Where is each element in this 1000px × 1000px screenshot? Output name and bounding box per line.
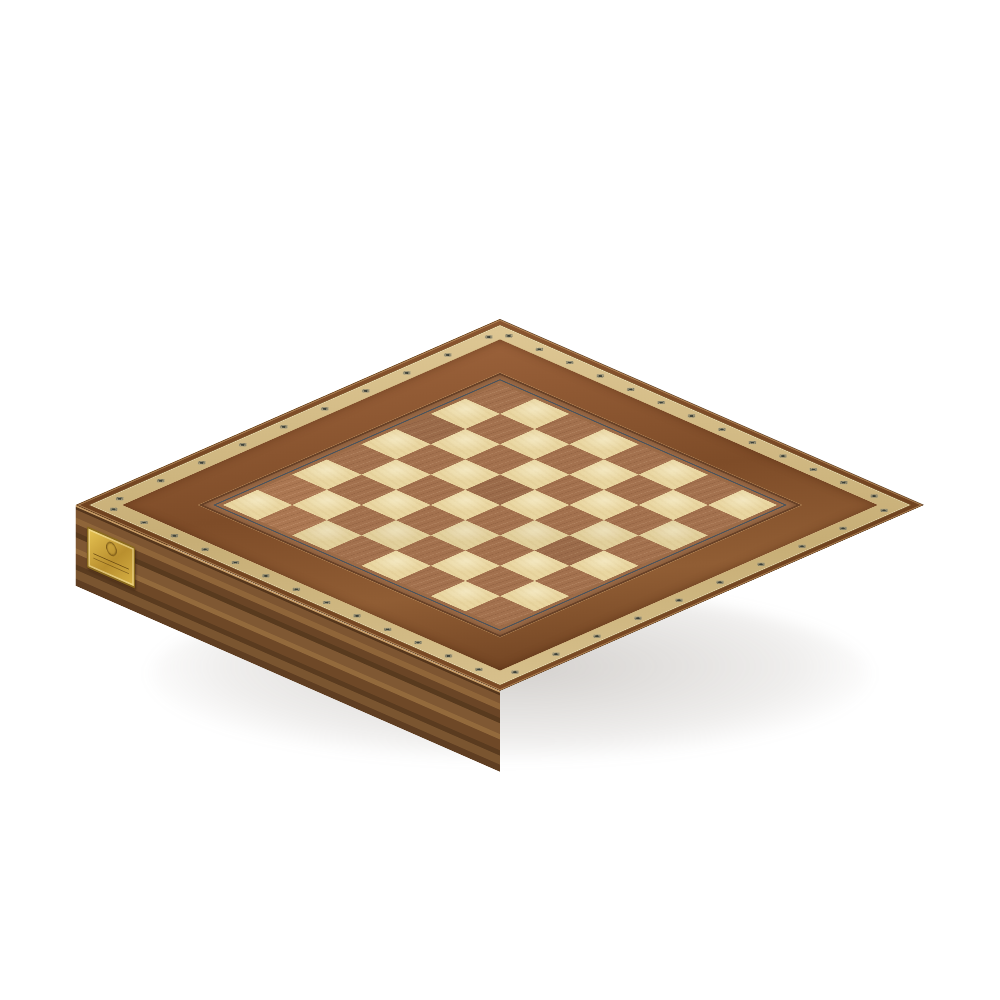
square-f6 [465, 535, 534, 565]
square-g8 [431, 581, 500, 611]
square-g7 [465, 566, 534, 596]
square-f7 [431, 551, 500, 581]
square-d8 [327, 535, 396, 565]
square-b8 [257, 505, 326, 535]
square-f4 [535, 505, 604, 535]
square-f8 [396, 566, 465, 596]
square-e8 [361, 551, 430, 581]
product-photo: ◈ ◈ ◈ ◈ ◈ ◈ ◈ ◈ ◈ ◈ ◈ ◈ ◈ ◈ ◈ ◈ ◈ ◈ ◈ ◈ … [0, 0, 1000, 1000]
square-h4 [604, 535, 673, 565]
square-g3 [604, 505, 673, 535]
square-e5 [465, 505, 534, 535]
board-panel [199, 373, 801, 637]
square-d6 [396, 505, 465, 535]
square-d7 [361, 520, 430, 550]
square-h6 [535, 566, 604, 596]
plaque-emblem-icon [106, 540, 117, 558]
square-f5 [500, 520, 569, 550]
square-e7 [396, 535, 465, 565]
brass-plaque [87, 526, 135, 588]
plaque-engraving [93, 553, 128, 578]
square-h5 [569, 551, 638, 581]
square-g6 [500, 551, 569, 581]
square-h3 [639, 520, 708, 550]
square-h2 [673, 505, 742, 535]
square-g4 [569, 520, 638, 550]
square-c7 [327, 505, 396, 535]
square-h8 [465, 596, 534, 626]
square-g5 [535, 535, 604, 565]
square-c8 [292, 520, 361, 550]
square-e6 [431, 520, 500, 550]
square-h7 [500, 581, 569, 611]
